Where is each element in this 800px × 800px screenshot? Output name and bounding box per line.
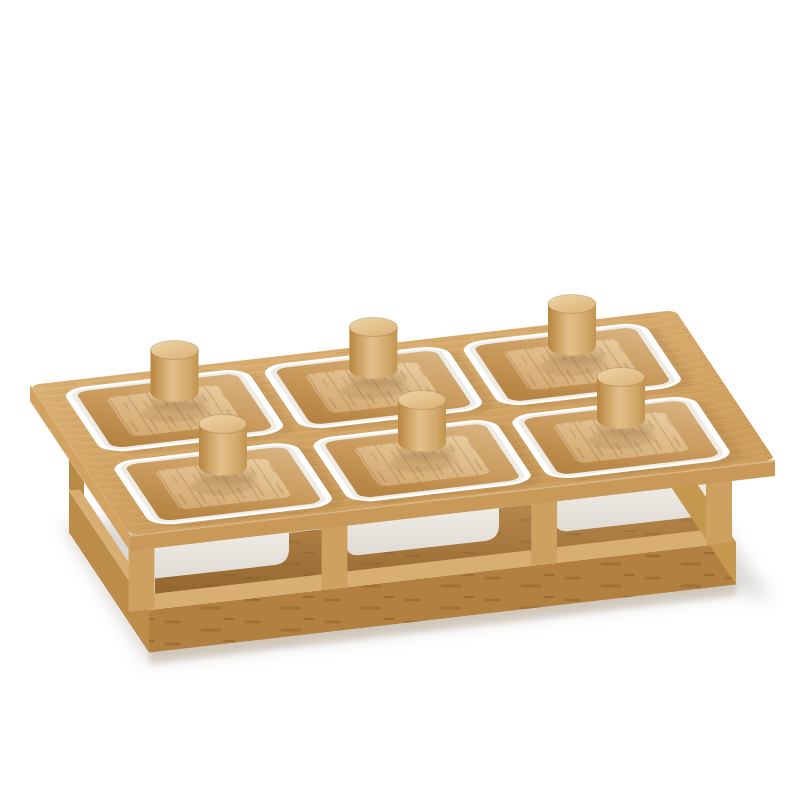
product-photo-canvas (0, 0, 800, 800)
bamboo-serving-set-illustration (0, 0, 800, 800)
